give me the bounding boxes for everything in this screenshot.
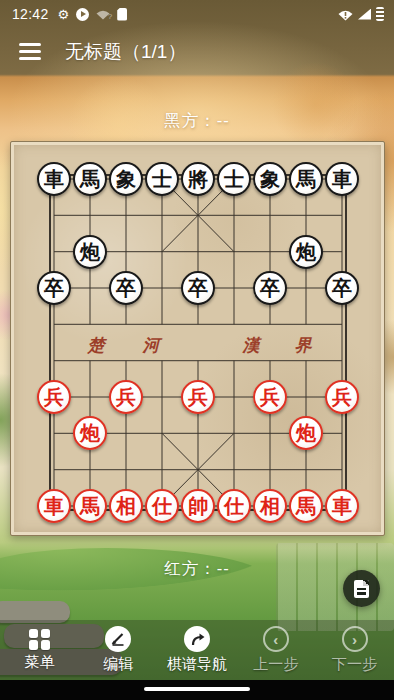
piece-兵-red[interactable]: 兵 [37, 380, 71, 414]
piece-將-black[interactable]: 將 [181, 162, 215, 196]
board-intersection[interactable] [108, 343, 144, 379]
battery-icon [376, 7, 384, 21]
board-grid: 車馬象士將士象馬車炮炮卒卒卒卒卒兵兵兵兵兵炮炮車馬相仕帥仕相馬車 [36, 161, 360, 524]
wifi-alert-icon [338, 8, 353, 20]
hamburger-menu-icon[interactable] [19, 43, 41, 60]
board-intersection[interactable] [144, 234, 180, 270]
board-intersection[interactable]: 車 [324, 488, 360, 524]
board-intersection[interactable] [72, 306, 108, 342]
board-intersection[interactable] [144, 197, 180, 233]
board-intersection[interactable] [252, 306, 288, 342]
piece-炮-black[interactable]: 炮 [289, 235, 323, 269]
board-intersection[interactable]: 卒 [180, 270, 216, 306]
board-intersection[interactable]: 帥 [180, 488, 216, 524]
chevron-left-icon: ‹ [263, 626, 289, 652]
board-intersection[interactable] [36, 234, 72, 270]
black-side-label: 黑方：-- [0, 110, 394, 132]
board-intersection[interactable] [144, 415, 180, 451]
board-intersection[interactable]: 將 [180, 161, 216, 197]
piece-馬-red[interactable]: 馬 [73, 489, 107, 523]
redo-arrow-icon [184, 626, 210, 652]
board-intersection[interactable] [216, 452, 252, 488]
board-intersection[interactable] [216, 234, 252, 270]
piece-車-black[interactable]: 車 [325, 162, 359, 196]
board-intersection[interactable] [288, 270, 324, 306]
piece-馬-red[interactable]: 馬 [289, 489, 323, 523]
board-intersection[interactable] [324, 234, 360, 270]
red-side-label: 红方：-- [0, 558, 394, 580]
nav-label: 上一步 [253, 655, 298, 674]
board-intersection[interactable]: 兵 [324, 379, 360, 415]
nav-label: 下一步 [332, 655, 377, 674]
board-intersection[interactable]: 仕 [144, 488, 180, 524]
board-intersection[interactable] [180, 415, 216, 451]
board-intersection[interactable] [72, 452, 108, 488]
piece-炮-red[interactable]: 炮 [289, 416, 323, 450]
status-bar: 12:42 ⚙ ? [0, 0, 394, 28]
piece-炮-red[interactable]: 炮 [73, 416, 107, 450]
board-intersection[interactable]: 車 [36, 488, 72, 524]
board-intersection[interactable] [36, 343, 72, 379]
board-intersection[interactable]: 炮 [288, 415, 324, 451]
piece-士-black[interactable]: 士 [217, 162, 251, 196]
piece-相-red[interactable]: 相 [253, 489, 287, 523]
board-intersection[interactable] [216, 197, 252, 233]
edit-pencil-icon [105, 626, 131, 652]
piece-卒-black[interactable]: 卒 [181, 271, 215, 305]
board-intersection[interactable] [324, 343, 360, 379]
board-intersection[interactable] [72, 379, 108, 415]
piece-仕-red[interactable]: 仕 [217, 489, 251, 523]
piece-卒-black[interactable]: 卒 [109, 271, 143, 305]
piece-馬-black[interactable]: 馬 [73, 162, 107, 196]
board-intersection[interactable] [324, 415, 360, 451]
board-intersection[interactable]: 車 [36, 161, 72, 197]
board-intersection[interactable] [288, 343, 324, 379]
board-intersection[interactable]: 炮 [72, 415, 108, 451]
piece-兵-red[interactable]: 兵 [109, 380, 143, 414]
grid-menu-icon [29, 629, 50, 650]
nav-item-edit[interactable]: 编辑 [79, 620, 158, 680]
piece-車-red[interactable]: 車 [325, 489, 359, 523]
app-screen: 12:42 ⚙ ? 无标题（1/1） 黑方：-- 红方：-- [0, 0, 394, 700]
board-intersection[interactable]: 卒 [252, 270, 288, 306]
piece-相-red[interactable]: 相 [109, 489, 143, 523]
board-intersection[interactable] [180, 452, 216, 488]
board-intersection[interactable]: 兵 [252, 379, 288, 415]
piece-兵-red[interactable]: 兵 [325, 380, 359, 414]
board-intersection[interactable] [180, 343, 216, 379]
piece-仕-red[interactable]: 仕 [145, 489, 179, 523]
board-intersection[interactable]: 馬 [72, 488, 108, 524]
board-intersection[interactable] [36, 197, 72, 233]
board-intersection[interactable] [36, 306, 72, 342]
board-intersection[interactable] [36, 452, 72, 488]
board-intersection[interactable] [288, 452, 324, 488]
board-intersection[interactable]: 炮 [72, 234, 108, 270]
cell-signal-icon [358, 9, 371, 20]
bottom-navbar: 菜单 编辑 棋谱导航 ‹ 上一步 › 下一步 [0, 620, 394, 680]
piece-車-black[interactable]: 車 [37, 162, 71, 196]
nav-label: 菜单 [24, 653, 54, 672]
board-intersection[interactable] [216, 270, 252, 306]
board-intersection[interactable] [252, 415, 288, 451]
board-intersection[interactable] [72, 270, 108, 306]
board-intersection[interactable] [216, 379, 252, 415]
piece-車-red[interactable]: 車 [37, 489, 71, 523]
board-intersection[interactable] [324, 306, 360, 342]
board-intersection[interactable] [252, 197, 288, 233]
board-intersection[interactable] [216, 343, 252, 379]
board-intersection[interactable]: 仕 [216, 488, 252, 524]
board-intersection[interactable] [252, 234, 288, 270]
sd-card-icon [117, 8, 127, 21]
board-intersection[interactable] [288, 306, 324, 342]
board-intersection[interactable] [216, 306, 252, 342]
board-intersection[interactable] [108, 197, 144, 233]
board-intersection[interactable]: 馬 [72, 161, 108, 197]
notation-fab-button[interactable] [343, 570, 380, 607]
gear-icon: ⚙ [58, 8, 70, 21]
piece-象-black[interactable]: 象 [109, 162, 143, 196]
board-intersection[interactable]: 相 [108, 488, 144, 524]
piece-帥-red[interactable]: 帥 [181, 489, 215, 523]
nav-label: 棋谱导航 [167, 655, 227, 674]
page-title: 无标题（1/1） [65, 39, 186, 65]
board-intersection[interactable] [252, 343, 288, 379]
board-intersection[interactable]: 象 [252, 161, 288, 197]
note-document-icon [354, 580, 369, 598]
board-intersection[interactable]: 兵 [180, 379, 216, 415]
board-intersection[interactable]: 兵 [36, 379, 72, 415]
board-intersection[interactable] [144, 306, 180, 342]
xiangqi-board[interactable]: 楚 河 漢 界 車馬象士將士象馬車炮炮卒卒卒卒卒兵兵兵兵兵炮炮車馬相仕帥仕相馬車 [10, 141, 385, 536]
home-indicator[interactable] [144, 687, 250, 691]
board-intersection[interactable]: 馬 [288, 488, 324, 524]
piece-卒-black[interactable]: 卒 [253, 271, 287, 305]
nav-label: 编辑 [103, 655, 133, 674]
board-intersection[interactable]: 車 [324, 161, 360, 197]
board-intersection[interactable] [108, 306, 144, 342]
board-intersection[interactable] [144, 452, 180, 488]
clock-time: 12:42 [12, 6, 49, 22]
board-intersection[interactable]: 士 [144, 161, 180, 197]
board-intersection[interactable] [180, 197, 216, 233]
wifi-question-icon: ? [96, 9, 110, 20]
board-intersection[interactable]: 卒 [36, 270, 72, 306]
board-intersection[interactable] [108, 234, 144, 270]
board-intersection[interactable] [180, 234, 216, 270]
nav-item-game-navigation[interactable]: 棋谱导航 [158, 620, 237, 680]
board-intersection[interactable] [180, 306, 216, 342]
board-intersection[interactable] [144, 270, 180, 306]
nav-item-next-step[interactable]: › 下一步 [315, 620, 394, 680]
piece-馬-black[interactable]: 馬 [289, 162, 323, 196]
board-intersection[interactable] [288, 379, 324, 415]
piece-卒-black[interactable]: 卒 [37, 271, 71, 305]
board-intersection[interactable] [252, 452, 288, 488]
board-intersection[interactable]: 相 [252, 488, 288, 524]
board-intersection[interactable] [324, 197, 360, 233]
chevron-right-icon: › [342, 626, 368, 652]
piece-兵-red[interactable]: 兵 [181, 380, 215, 414]
play-circle-icon [76, 8, 89, 21]
board-intersection[interactable]: 卒 [108, 270, 144, 306]
board-intersection[interactable] [144, 379, 180, 415]
board-intersection[interactable]: 象 [108, 161, 144, 197]
board-intersection[interactable] [144, 343, 180, 379]
board-intersection[interactable]: 卒 [324, 270, 360, 306]
piece-象-black[interactable]: 象 [253, 162, 287, 196]
app-bar: 无标题（1/1） [0, 28, 394, 75]
board-intersection[interactable] [36, 415, 72, 451]
piece-兵-red[interactable]: 兵 [253, 380, 287, 414]
board-intersection[interactable]: 兵 [108, 379, 144, 415]
piece-卒-black[interactable]: 卒 [325, 271, 359, 305]
gesture-bar [0, 680, 394, 700]
board-intersection[interactable] [72, 343, 108, 379]
board-intersection[interactable] [288, 197, 324, 233]
board-intersection[interactable] [324, 452, 360, 488]
board-intersection[interactable]: 炮 [288, 234, 324, 270]
nav-item-menu[interactable]: 菜单 [0, 620, 79, 680]
board-intersection[interactable] [108, 415, 144, 451]
board-intersection[interactable] [72, 197, 108, 233]
board-intersection[interactable]: 士 [216, 161, 252, 197]
piece-炮-black[interactable]: 炮 [73, 235, 107, 269]
nav-item-previous-step[interactable]: ‹ 上一步 [236, 620, 315, 680]
piece-士-black[interactable]: 士 [145, 162, 179, 196]
board-intersection[interactable] [216, 415, 252, 451]
board-intersection[interactable]: 馬 [288, 161, 324, 197]
board-intersection[interactable] [108, 452, 144, 488]
